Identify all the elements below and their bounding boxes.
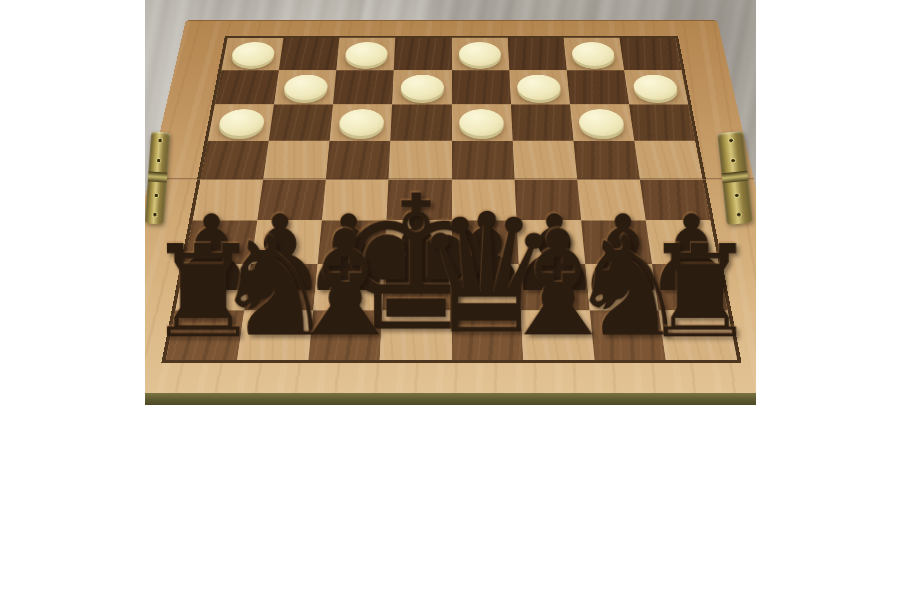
board-square[interactable] xyxy=(336,38,395,70)
board-squares: ♟♟♟♟♟♟♟♟♜♞♝♚♛♝♞♜ xyxy=(166,38,737,360)
board-square[interactable] xyxy=(629,105,695,141)
box-front-edge xyxy=(145,393,756,405)
white-checker-piece[interactable] xyxy=(338,109,384,136)
board-square[interactable]: ♜ xyxy=(659,310,738,360)
white-checker-piece[interactable] xyxy=(344,42,388,66)
board-square[interactable] xyxy=(201,141,269,180)
board-square[interactable] xyxy=(452,105,513,141)
board-square[interactable] xyxy=(509,70,570,104)
white-checker-piece[interactable] xyxy=(632,75,679,100)
board-square[interactable] xyxy=(269,105,333,141)
white-checker-piece[interactable] xyxy=(282,75,328,100)
board-square[interactable] xyxy=(511,105,574,141)
board-square[interactable] xyxy=(333,70,394,104)
board-square[interactable] xyxy=(567,70,629,104)
black-rook-piece[interactable]: ♜ xyxy=(145,231,260,353)
board-square[interactable] xyxy=(634,141,702,180)
white-checker-piece[interactable] xyxy=(230,42,276,66)
board-square[interactable] xyxy=(215,70,279,104)
board-square[interactable] xyxy=(330,105,393,141)
white-checker-piece[interactable] xyxy=(578,109,626,136)
black-bishop-piece[interactable]: ♝ xyxy=(280,215,411,353)
board-square[interactable] xyxy=(394,38,452,70)
board-square[interactable]: ♝ xyxy=(309,310,383,360)
board-square[interactable] xyxy=(452,70,511,104)
board-square[interactable]: ♝ xyxy=(521,310,595,360)
white-checker-piece[interactable] xyxy=(459,42,501,66)
board-square[interactable] xyxy=(208,105,274,141)
board-square[interactable] xyxy=(274,70,336,104)
white-checker-piece[interactable] xyxy=(400,75,444,100)
board-square[interactable] xyxy=(573,141,639,180)
board-square[interactable] xyxy=(512,141,577,180)
board-square[interactable] xyxy=(391,105,452,141)
black-rook-piece[interactable]: ♜ xyxy=(643,231,756,353)
board-square[interactable] xyxy=(452,38,510,70)
white-checker-piece[interactable] xyxy=(571,42,616,66)
board-square[interactable] xyxy=(507,38,566,70)
board-square[interactable]: ♜ xyxy=(166,310,245,360)
white-checker-piece[interactable] xyxy=(517,75,562,100)
black-bishop-piece[interactable]: ♝ xyxy=(493,215,624,353)
board-square[interactable] xyxy=(570,105,634,141)
board-square[interactable] xyxy=(392,70,451,104)
board-square[interactable] xyxy=(279,38,340,70)
board-square[interactable] xyxy=(221,38,283,70)
page-background: ♟♟♟♟♟♟♟♟♜♞♝♚♛♝♞♜ xyxy=(0,0,900,600)
chess-box-board: ♟♟♟♟♟♟♟♟♜♞♝♚♛♝♞♜ xyxy=(145,20,756,396)
board-square[interactable] xyxy=(619,38,681,70)
photo-frame: ♟♟♟♟♟♟♟♟♜♞♝♚♛♝♞♜ xyxy=(145,0,756,405)
white-checker-piece[interactable] xyxy=(459,109,504,136)
board-square[interactable] xyxy=(263,141,329,180)
board-square[interactable] xyxy=(624,70,688,104)
board-square[interactable] xyxy=(563,38,624,70)
white-checker-piece[interactable] xyxy=(217,109,266,136)
